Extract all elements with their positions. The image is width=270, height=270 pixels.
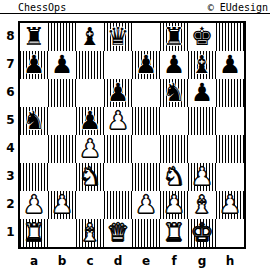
file-labels: abcdefgh [20,255,244,268]
rank-label-1: 1 [3,219,18,247]
square-e4[interactable] [132,135,160,163]
white-knight-f3: ♞ [160,163,188,191]
square-f3[interactable]: ♞ [160,163,188,191]
black-rook-a8: ♜ [20,23,48,51]
rank-label-4: 4 [3,135,18,163]
square-c3[interactable]: ♞ [76,163,104,191]
black-pawn-g6: ♟ [188,79,216,107]
white-bishop-c1: ♝ [76,219,104,247]
rank-label-3: 3 [3,163,18,191]
black-pawn-h7: ♟ [216,51,244,79]
white-pawn-a2: ♟ [20,191,48,219]
white-pawn-b2: ♟ [48,191,76,219]
square-b4[interactable] [48,135,76,163]
square-e1[interactable] [132,219,160,247]
square-d1[interactable]: ♛ [104,219,132,247]
black-pawn-e7: ♟ [132,51,160,79]
file-label-c: c [76,255,104,268]
square-h7[interactable]: ♟ [216,51,244,79]
black-queen-d8: ♛ [104,23,132,51]
rank-labels: 87654321 [3,21,18,247]
square-e3[interactable] [132,163,160,191]
square-c7[interactable] [76,51,104,79]
square-h6[interactable] [216,79,244,107]
file-label-a: a [20,255,48,268]
square-e7[interactable]: ♟ [132,51,160,79]
square-d5[interactable]: ♟ [104,107,132,135]
square-b6[interactable] [48,79,76,107]
square-a3[interactable] [20,163,48,191]
square-a7[interactable]: ♟ [20,51,48,79]
square-e5[interactable] [132,107,160,135]
square-f2[interactable]: ♟ [160,191,188,219]
square-c6[interactable] [76,79,104,107]
square-b2[interactable]: ♟ [48,191,76,219]
square-f5[interactable] [160,107,188,135]
square-g2[interactable]: ♝ [188,191,216,219]
square-e2[interactable]: ♟ [132,191,160,219]
rank-label-8: 8 [3,23,18,51]
file-label-h: h [216,255,244,268]
white-pawn-f2: ♟ [160,191,188,219]
black-knight-f6: ♞ [160,79,188,107]
black-bishop-g7: ♝ [188,51,216,79]
white-pawn-g3: ♟ [188,163,216,191]
black-pawn-b7: ♟ [48,51,76,79]
black-knight-a5: ♞ [20,107,48,135]
rank-label-6: 6 [3,79,18,107]
square-c1[interactable]: ♝ [76,219,104,247]
app-title: ChessOps [18,2,66,13]
square-g8[interactable]: ♚ [188,23,216,51]
square-g7[interactable]: ♝ [188,51,216,79]
white-pawn-d5: ♟ [104,107,132,135]
white-rook-f1: ♜ [160,219,188,247]
square-a8[interactable]: ♜ [20,23,48,51]
square-g1[interactable]: ♚ [188,219,216,247]
square-b1[interactable] [48,219,76,247]
black-pawn-c5: ♟ [76,107,104,135]
black-rook-f8: ♜ [160,23,188,51]
square-f1[interactable]: ♜ [160,219,188,247]
square-a1[interactable]: ♜ [20,219,48,247]
black-pawn-d6: ♟ [104,79,132,107]
square-e6[interactable] [132,79,160,107]
square-g6[interactable]: ♟ [188,79,216,107]
title-bar: ChessOps © EUdesign [0,0,270,14]
black-bishop-c8: ♝ [76,23,104,51]
square-g3[interactable]: ♟ [188,163,216,191]
square-d2[interactable] [104,191,132,219]
square-f7[interactable]: ♟ [160,51,188,79]
file-label-b: b [48,255,76,268]
square-h8[interactable] [216,23,244,51]
square-a4[interactable] [20,135,48,163]
square-d8[interactable]: ♛ [104,23,132,51]
square-f6[interactable]: ♞ [160,79,188,107]
rank-label-2: 2 [3,191,18,219]
white-pawn-h2: ♟ [216,191,244,219]
square-b7[interactable]: ♟ [48,51,76,79]
square-d3[interactable] [104,163,132,191]
square-d7[interactable] [104,51,132,79]
file-label-e: e [132,255,160,268]
square-a6[interactable] [20,79,48,107]
white-pawn-e2: ♟ [132,191,160,219]
square-g5[interactable] [188,107,216,135]
square-h1[interactable] [216,219,244,247]
file-label-f: f [160,255,188,268]
black-king-g8: ♚ [188,23,216,51]
white-pawn-c4: ♟ [76,135,104,163]
square-b3[interactable] [48,163,76,191]
square-g4[interactable] [188,135,216,163]
rank-label-7: 7 [3,51,18,79]
square-h2[interactable]: ♟ [216,191,244,219]
black-pawn-a7: ♟ [20,51,48,79]
square-h4[interactable] [216,135,244,163]
white-rook-a1: ♜ [20,219,48,247]
square-e8[interactable] [132,23,160,51]
chess-board: ♜♝♛♜♚♟♟♟♟♝♟♟♞♟♞♟♟♟♞♞♟♟♟♟♟♝♟♜♝♛♜♚ [18,21,246,249]
square-a5[interactable]: ♞ [20,107,48,135]
white-queen-d1: ♛ [104,219,132,247]
copyright-credit: © EUdesign [208,2,268,13]
square-h3[interactable] [216,163,244,191]
rank-label-5: 5 [3,107,18,135]
chess-diagram: 87654321 ♜♝♛♜♚♟♟♟♟♝♟♟♞♟♞♟♟♟♞♞♟♟♟♟♟♝♟♜♝♛♜… [3,21,246,249]
square-b5[interactable] [48,107,76,135]
square-f4[interactable] [160,135,188,163]
square-c5[interactable]: ♟ [76,107,104,135]
square-c2[interactable] [76,191,104,219]
square-d4[interactable] [104,135,132,163]
square-c4[interactable]: ♟ [76,135,104,163]
square-b8[interactable] [48,23,76,51]
white-knight-c3: ♞ [76,163,104,191]
square-c8[interactable]: ♝ [76,23,104,51]
square-h5[interactable] [216,107,244,135]
square-d6[interactable]: ♟ [104,79,132,107]
square-f8[interactable]: ♜ [160,23,188,51]
file-label-d: d [104,255,132,268]
white-bishop-g2: ♝ [188,191,216,219]
file-label-g: g [188,255,216,268]
black-pawn-f7: ♟ [160,51,188,79]
square-a2[interactable]: ♟ [20,191,48,219]
white-king-g1: ♚ [188,219,216,247]
